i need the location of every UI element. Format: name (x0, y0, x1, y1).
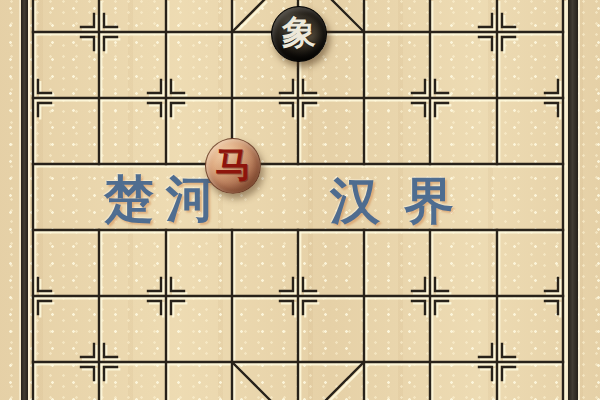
piece-glyph: 象 (282, 10, 316, 56)
piece-black-elephant[interactable]: 象 (271, 6, 327, 62)
piece-red-horse[interactable]: 马 (205, 138, 261, 194)
river-label-han-jie: 汉界 (330, 173, 478, 229)
xiangqi-board[interactable]: 楚河 汉界 象 马 (0, 0, 600, 400)
piece-glyph: 马 (215, 141, 251, 190)
